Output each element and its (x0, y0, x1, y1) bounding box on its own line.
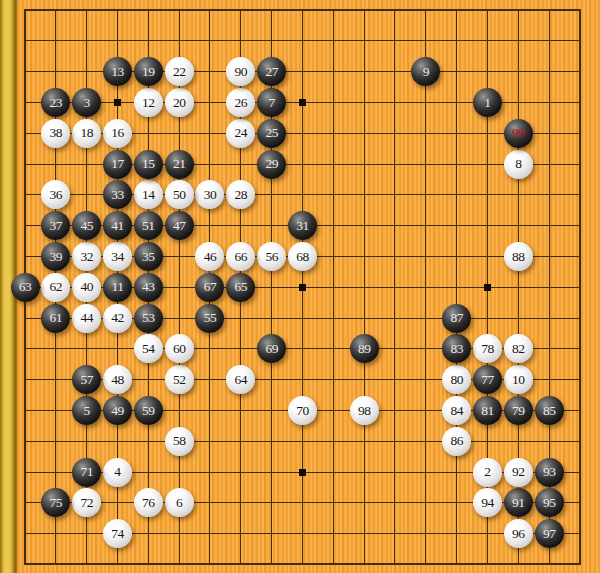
stone-number: 3 (84, 96, 90, 110)
grid-line-horizontal (24, 441, 581, 442)
stone-number: 55 (204, 311, 217, 325)
stone-number: 12 (142, 96, 155, 110)
stone-move-40: 40 (72, 273, 101, 302)
stone-move-61: 61 (41, 304, 70, 333)
star-point (114, 99, 121, 106)
stone-number: 98 (358, 404, 371, 418)
stone-number: 13 (111, 65, 124, 79)
stone-move-8: 8 (504, 150, 533, 179)
stone-number: 33 (111, 188, 124, 202)
stone-number: 11 (111, 280, 123, 294)
stone-number: 48 (111, 373, 124, 387)
stone-number: 18 (80, 126, 93, 140)
stone-number: 28 (235, 188, 248, 202)
stone-number: 49 (111, 404, 124, 418)
stone-move-5: 5 (72, 396, 101, 425)
stone-move-25: 25 (257, 119, 286, 148)
stone-move-60: 60 (165, 334, 194, 363)
stone-move-16: 16 (103, 119, 132, 148)
stone-move-30: 30 (195, 180, 224, 209)
stone-move-27: 27 (257, 57, 286, 86)
stone-number: 87 (450, 311, 463, 325)
stone-number: 67 (204, 280, 217, 294)
stone-move-68: 68 (288, 242, 317, 271)
grid-line-vertical (364, 9, 365, 565)
stone-number: 20 (173, 96, 186, 110)
stone-number: 89 (358, 342, 371, 356)
stone-move-66: 66 (226, 242, 255, 271)
stone-move-14: 14 (134, 180, 163, 209)
stone-number: 46 (204, 250, 217, 264)
stone-number: 14 (142, 188, 155, 202)
stone-number: 61 (50, 311, 63, 325)
stone-move-55: 55 (195, 304, 224, 333)
stone-move-94: 94 (473, 488, 502, 517)
stone-move-97: 97 (535, 519, 564, 548)
stone-number: 70 (296, 404, 309, 418)
stone-number: 19 (142, 65, 155, 79)
stone-move-86: 86 (442, 427, 471, 456)
stone-move-12: 12 (134, 88, 163, 117)
stone-move-22: 22 (165, 57, 194, 86)
stone-number: 10 (512, 373, 525, 387)
stone-number: 78 (481, 342, 494, 356)
stone-number: 66 (235, 250, 248, 264)
stone-number: 54 (142, 342, 155, 356)
stone-move-26: 26 (226, 88, 255, 117)
stone-number: 17 (111, 157, 124, 171)
stone-move-72: 72 (72, 488, 101, 517)
stone-number: 57 (80, 373, 93, 387)
stone-move-49: 49 (103, 396, 132, 425)
stone-move-43: 43 (134, 273, 163, 302)
stone-number: 35 (142, 250, 155, 264)
stone-move-79: 79 (504, 396, 533, 425)
stone-number: 79 (512, 404, 525, 418)
stone-number: 74 (111, 527, 124, 541)
stone-move-46: 46 (195, 242, 224, 271)
stone-number: 15 (142, 157, 155, 171)
stone-number: 82 (512, 342, 525, 356)
stone-move-69: 69 (257, 334, 286, 363)
stone-move-91: 91 (504, 488, 533, 517)
stone-number: 59 (142, 404, 155, 418)
stone-number: 64 (235, 373, 248, 387)
stone-number: 39 (50, 250, 63, 264)
stone-number: 4 (114, 465, 120, 479)
stone-move-18: 18 (72, 119, 101, 148)
stone-number: 37 (50, 219, 63, 233)
stone-move-64: 64 (226, 365, 255, 394)
stone-move-95: 95 (535, 488, 564, 517)
stone-move-50: 50 (165, 180, 194, 209)
stone-move-35: 35 (134, 242, 163, 271)
stone-number: 21 (173, 157, 186, 171)
stone-move-36: 36 (41, 180, 70, 209)
stone-move-37: 37 (41, 211, 70, 240)
star-point (484, 284, 491, 291)
stone-move-89: 89 (350, 334, 379, 363)
stone-move-59: 59 (134, 396, 163, 425)
stone-move-4: 4 (103, 458, 132, 487)
stone-move-29: 29 (257, 150, 286, 179)
stone-number: 86 (450, 434, 463, 448)
stone-move-2: 2 (473, 458, 502, 487)
stone-move-71: 71 (72, 458, 101, 487)
stone-move-15: 15 (134, 150, 163, 179)
stone-number: 23 (50, 96, 63, 110)
stone-number: 93 (543, 465, 556, 479)
stone-move-54: 54 (134, 334, 163, 363)
stone-move-83: 83 (442, 334, 471, 363)
stone-move-3: 3 (72, 88, 101, 117)
stone-number: 9 (423, 65, 429, 79)
stone-number: 60 (173, 342, 186, 356)
stone-number: 68 (296, 250, 309, 264)
stone-number: 52 (173, 373, 186, 387)
stone-move-99: 99 (504, 119, 533, 148)
stone-move-93: 93 (535, 458, 564, 487)
go-board[interactable]: 1234567891011121314151617181920212223242… (0, 0, 600, 573)
grid-line-vertical (579, 9, 581, 565)
stone-move-38: 38 (41, 119, 70, 148)
stone-move-88: 88 (504, 242, 533, 271)
stone-number: 29 (265, 157, 278, 171)
stone-move-42: 42 (103, 304, 132, 333)
stone-move-81: 81 (473, 396, 502, 425)
stone-move-80: 80 (442, 365, 471, 394)
stone-number: 96 (512, 527, 525, 541)
stone-number: 69 (265, 342, 278, 356)
star-point (299, 99, 306, 106)
stone-number: 92 (512, 465, 525, 479)
stone-number: 27 (265, 65, 278, 79)
stone-number: 34 (111, 250, 124, 264)
stone-number: 85 (543, 404, 556, 418)
grid-line-vertical (425, 9, 426, 565)
stone-move-52: 52 (165, 365, 194, 394)
stone-move-51: 51 (134, 211, 163, 240)
stone-number: 26 (235, 96, 248, 110)
stone-number: 38 (50, 126, 63, 140)
stone-move-39: 39 (41, 242, 70, 271)
stone-number: 6 (176, 496, 182, 510)
stone-move-76: 76 (134, 488, 163, 517)
stone-number: 8 (515, 157, 521, 171)
stone-move-84: 84 (442, 396, 471, 425)
stone-move-98: 98 (350, 396, 379, 425)
stone-number: 94 (481, 496, 494, 510)
stone-number: 83 (450, 342, 463, 356)
stone-number: 45 (80, 219, 93, 233)
stone-move-28: 28 (226, 180, 255, 209)
stone-move-65: 65 (226, 273, 255, 302)
stone-number: 5 (84, 404, 90, 418)
stone-number: 47 (173, 219, 186, 233)
stone-move-85: 85 (535, 396, 564, 425)
stone-move-24: 24 (226, 119, 255, 148)
stone-number: 36 (50, 188, 63, 202)
stone-move-63: 63 (11, 273, 40, 302)
stone-move-48: 48 (103, 365, 132, 394)
stone-move-57: 57 (72, 365, 101, 394)
stone-number: 32 (80, 250, 93, 264)
stone-number: 58 (173, 434, 186, 448)
stone-move-9: 9 (411, 57, 440, 86)
stone-number: 80 (450, 373, 463, 387)
stone-number: 84 (450, 404, 463, 418)
stone-move-11: 11 (103, 273, 132, 302)
stone-number: 91 (512, 496, 525, 510)
stone-move-32: 32 (72, 242, 101, 271)
stone-move-87: 87 (442, 304, 471, 333)
stone-number: 90 (235, 65, 248, 79)
grid-line-vertical (333, 9, 334, 565)
stone-number: 72 (80, 496, 93, 510)
stone-move-33: 33 (103, 180, 132, 209)
stone-number: 56 (265, 250, 278, 264)
stone-move-70: 70 (288, 396, 317, 425)
stone-move-10: 10 (504, 365, 533, 394)
stone-move-34: 34 (103, 242, 132, 271)
stone-number: 88 (512, 250, 525, 264)
stone-number: 95 (543, 496, 556, 510)
stone-number: 40 (80, 280, 93, 294)
stone-move-74: 74 (103, 519, 132, 548)
stone-move-92: 92 (504, 458, 533, 487)
stone-number: 99 (512, 126, 525, 140)
stone-move-47: 47 (165, 211, 194, 240)
stone-move-23: 23 (41, 88, 70, 117)
stone-number: 44 (80, 311, 93, 325)
stone-number: 71 (80, 465, 93, 479)
stone-number: 77 (481, 373, 494, 387)
stone-number: 63 (19, 280, 32, 294)
stone-move-20: 20 (165, 88, 194, 117)
stone-move-67: 67 (195, 273, 224, 302)
star-point (299, 284, 306, 291)
stone-move-7: 7 (257, 88, 286, 117)
stone-move-41: 41 (103, 211, 132, 240)
stone-number: 16 (111, 126, 124, 140)
stone-move-45: 45 (72, 211, 101, 240)
stone-move-77: 77 (473, 365, 502, 394)
grid-line-horizontal (24, 563, 581, 565)
stone-number: 24 (235, 126, 248, 140)
stone-number: 51 (142, 219, 155, 233)
stone-number: 65 (235, 280, 248, 294)
grid-line-vertical (394, 9, 395, 565)
star-point (299, 469, 306, 476)
stone-number: 43 (142, 280, 155, 294)
grid-line-vertical (456, 9, 457, 565)
stone-number: 41 (111, 219, 124, 233)
stone-move-6: 6 (165, 488, 194, 517)
stone-number: 75 (50, 496, 63, 510)
stone-move-13: 13 (103, 57, 132, 86)
stone-number: 50 (173, 188, 186, 202)
stone-move-19: 19 (134, 57, 163, 86)
stone-number: 81 (481, 404, 494, 418)
stone-move-96: 96 (504, 519, 533, 548)
stone-number: 30 (204, 188, 217, 202)
stone-number: 42 (111, 311, 124, 325)
stone-number: 7 (269, 96, 275, 110)
stone-number: 97 (543, 527, 556, 541)
stone-move-56: 56 (257, 242, 286, 271)
stone-move-62: 62 (41, 273, 70, 302)
stone-number: 62 (50, 280, 63, 294)
stone-move-31: 31 (288, 211, 317, 240)
stone-move-17: 17 (103, 150, 132, 179)
stone-number: 53 (142, 311, 155, 325)
stone-number: 1 (484, 96, 490, 110)
stone-number: 76 (142, 496, 155, 510)
stone-move-82: 82 (504, 334, 533, 363)
stone-move-78: 78 (473, 334, 502, 363)
stone-move-21: 21 (165, 150, 194, 179)
stone-move-75: 75 (41, 488, 70, 517)
go-game-window: 1234567891011121314151617181920212223242… (0, 0, 600, 573)
stone-move-53: 53 (134, 304, 163, 333)
stone-move-90: 90 (226, 57, 255, 86)
stone-number: 22 (173, 65, 186, 79)
stone-number: 31 (296, 219, 309, 233)
stone-number: 2 (484, 465, 490, 479)
stone-move-1: 1 (473, 88, 502, 117)
stone-number: 25 (265, 126, 278, 140)
stone-move-58: 58 (165, 427, 194, 456)
stone-move-44: 44 (72, 304, 101, 333)
